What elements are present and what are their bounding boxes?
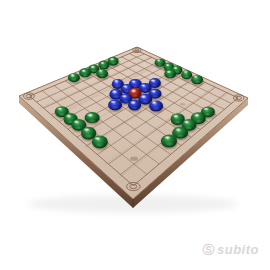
piece-attacker-green[interactable] bbox=[191, 75, 203, 85]
pieces-layer bbox=[0, 0, 270, 270]
subito-watermark: Ⓢ subito bbox=[203, 243, 260, 256]
subito-logo-icon: Ⓢ bbox=[203, 244, 216, 256]
piece-attacker-green[interactable] bbox=[108, 57, 119, 66]
piece-attacker-green[interactable] bbox=[85, 112, 100, 124]
watermark-text: subito bbox=[217, 243, 259, 256]
piece-attacker-green[interactable] bbox=[68, 73, 80, 83]
piece-defender-blue[interactable] bbox=[128, 100, 142, 111]
piece-attacker-green[interactable] bbox=[165, 69, 177, 78]
piece-attacker-green[interactable] bbox=[91, 135, 107, 148]
piece-attacker-green[interactable] bbox=[79, 68, 91, 77]
piece-defender-blue[interactable] bbox=[108, 99, 122, 110]
piece-attacker-green[interactable] bbox=[96, 69, 108, 78]
piece-attacker-green[interactable] bbox=[161, 135, 177, 148]
product-photo-hnefatafl: Ⓢ subito bbox=[0, 0, 270, 270]
piece-defender-blue[interactable] bbox=[149, 100, 163, 111]
